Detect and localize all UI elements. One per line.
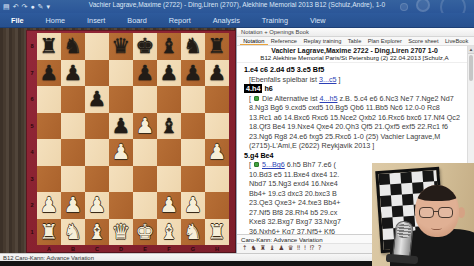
square-a6[interactable] (37, 86, 61, 113)
black-pawn[interactable]: ♟ (85, 86, 109, 113)
square-e4[interactable] (133, 139, 157, 166)
white-queen[interactable]: ♛ (109, 219, 133, 246)
glasses-bridge (433, 211, 439, 212)
menu-training[interactable]: Training (251, 13, 299, 28)
file-label: C (85, 245, 109, 253)
square-g7[interactable]: ♟ (181, 60, 205, 87)
square-e6[interactable] (133, 86, 157, 113)
square-h5[interactable] (205, 113, 229, 140)
white-bishop[interactable]: ♝ (157, 219, 181, 246)
rank-label: 1 (28, 219, 36, 246)
white-king[interactable]: ♚ (133, 219, 157, 246)
black-knight[interactable]: ♞ (181, 33, 205, 60)
annotation-icon[interactable]: ♟ (279, 244, 285, 253)
file-label: H (205, 245, 229, 253)
rank-label: 3 (28, 166, 36, 193)
tab-table[interactable]: Table (345, 37, 365, 45)
black-pawn[interactable]: ♟ (109, 113, 133, 140)
variation-text: 23.Qe3 Qxe3+ 24.fxe3 Bb4+ (249, 198, 341, 207)
board-frame: 87654321 ♜♞♛♚♝♞♜♟♟♟♟♟♟♟♟♟♝♟♟♟♟♟♟♟♜♞♝♛♚♝♞… (26, 30, 236, 253)
file-labels: ABCDEFGH (37, 245, 229, 253)
rank-label: 2 (28, 192, 36, 219)
square-g4[interactable] (181, 139, 205, 166)
chessbase-window: ▤↶↷●✎▾ Vachier Lagrave,Maxime (2722) - D… (0, 0, 474, 266)
menu-board[interactable]: Board (116, 13, 157, 28)
game-header: Vachier Lagrave,Maxime 2722 - Ding,Liren… (237, 46, 474, 63)
rank-label: 5 (28, 113, 36, 140)
square-e3[interactable] (133, 166, 157, 193)
menu-file[interactable]: File (0, 13, 35, 28)
square-g6[interactable] (181, 86, 205, 113)
square-h3[interactable] (205, 166, 229, 193)
webcam-overlay (372, 163, 474, 266)
tab-livebook[interactable]: LiveBook (442, 37, 472, 45)
comment-icon[interactable] (254, 96, 259, 101)
rank-label: 6 (28, 86, 36, 113)
black-king[interactable]: ♚ (133, 33, 157, 60)
annotation-icon[interactable]: ♜ (260, 244, 266, 253)
tab-score-sheet[interactable]: Score sheet (405, 37, 442, 45)
game-header-players: Vachier Lagrave,Maxime 2722 - Ding,Liren… (243, 47, 466, 54)
square-f4[interactable] (157, 139, 181, 166)
annotation-icon[interactable]: ⁉ (310, 244, 315, 253)
square-c4[interactable] (85, 139, 109, 166)
square-a4[interactable] (37, 139, 61, 166)
white-pawn[interactable]: ♟ (61, 192, 85, 219)
variation-text: Die Alternative ist (260, 94, 320, 103)
white-pawn[interactable]: ♟ (133, 113, 157, 140)
square-d2[interactable] (109, 192, 133, 219)
black-rook[interactable]: ♜ (205, 33, 229, 60)
square-h6[interactable] (205, 86, 229, 113)
white-knight[interactable]: ♞ (61, 219, 85, 246)
square-a3[interactable] (37, 166, 61, 193)
annotation-icon[interactable]: ? (318, 244, 321, 253)
main-move[interactable]: 1.e4 c6 2.d4 d5 3.e5 Bf5 (244, 65, 324, 74)
variation-text: [ (249, 160, 253, 169)
move-line[interactable]: [ Die Alternative ist 4...h5 z.B. 5.c4 e… (244, 94, 464, 151)
title-bar: ▤↶↷●✎▾ Vachier Lagrave,Maxime (2722) - D… (0, 0, 474, 13)
square-d7[interactable] (109, 60, 133, 87)
square-f5[interactable]: ♝ (157, 113, 181, 140)
variation-text: 27.Nf5 Bf8 28.Rh4 b5 29.cx (249, 208, 337, 217)
square-d6[interactable] (109, 86, 133, 113)
tab-notation[interactable]: Notation (240, 37, 268, 45)
move-link[interactable]: 4...h5 (320, 94, 338, 103)
presenter-face (415, 185, 459, 237)
menu-view[interactable]: View (299, 13, 337, 28)
square-d5[interactable]: ♟ (109, 113, 133, 140)
annotation-icon[interactable]: ! (304, 244, 307, 253)
tab-reference[interactable]: Reference (268, 37, 301, 45)
square-c7[interactable] (85, 60, 109, 87)
square-b7[interactable]: ♟ (61, 60, 85, 87)
square-b2[interactable]: ♟ (61, 192, 85, 219)
square-h4[interactable]: ♟ (205, 139, 229, 166)
annotation-icon[interactable]: ♛ (288, 244, 294, 253)
black-pawn[interactable]: ♟ (181, 60, 205, 87)
variation-text: 10.Bd3 e5 11.Bxe4 dxe4 12. (249, 170, 339, 179)
scrollbar-thumb[interactable] (469, 55, 473, 81)
variation-text: 6.h5 Bh7 7.e6 ( (285, 160, 336, 169)
square-b4[interactable] (61, 139, 85, 166)
black-bishop[interactable]: ♝ (157, 33, 181, 60)
white-rook[interactable]: ♜ (37, 219, 61, 246)
file-label: F (157, 245, 181, 253)
square-b1[interactable]: ♞ (61, 219, 85, 246)
white-pawn[interactable]: ♟ (181, 192, 205, 219)
square-f3[interactable] (157, 166, 181, 193)
scroll-up-icon[interactable]: ▲ (468, 46, 474, 54)
main-move[interactable]: h6 (262, 84, 272, 93)
variation-text: ] (337, 75, 341, 84)
ribbon-menu: FileHomeInsertBoardReportAnalysisTrainin… (0, 13, 474, 28)
decorative-circle (400, 3, 408, 11)
black-queen[interactable]: ♛ (109, 33, 133, 60)
variation-text: [ (249, 94, 253, 103)
square-a5[interactable] (37, 113, 61, 140)
menu-insert[interactable]: Insert (76, 13, 116, 28)
comment-icon[interactable] (254, 162, 259, 167)
square-f2[interactable]: ♟ (157, 192, 181, 219)
black-pawn[interactable]: ♟ (157, 60, 181, 87)
square-a7[interactable]: ♟ (37, 60, 61, 87)
square-g2[interactable]: ♟ (181, 192, 205, 219)
variation-text: Bb4+ 19.c3 dxc3 20.bxc3 B (249, 189, 337, 198)
annotation-icon[interactable]: ♝ (269, 244, 275, 253)
square-h7[interactable]: ♟ (205, 60, 229, 87)
white-pawn[interactable]: ♟ (157, 192, 181, 219)
square-b8[interactable]: ♞ (61, 33, 85, 60)
main-move[interactable]: 5.g4 Be4 (244, 151, 274, 160)
black-pawn[interactable]: ♟ (205, 60, 229, 87)
game-header-event: B12 Alekhine Memorial Paris/St Petersbur… (243, 54, 466, 61)
rank-labels: 87654321 (28, 33, 36, 245)
chess-board[interactable]: ♜♞♛♚♝♞♜♟♟♟♟♟♟♟♟♟♝♟♟♟♟♟♟♟♜♞♝♛♚♝♞♜ (37, 33, 229, 245)
variation-text: Kxe8 32.Bxg7 Bxg7 33.Nxg7 (249, 217, 341, 226)
square-d3[interactable] (109, 166, 133, 193)
move-link[interactable]: 3...c5 (319, 75, 337, 84)
square-d8[interactable]: ♛ (109, 33, 133, 60)
annotation-icon[interactable]: ‼ (297, 244, 300, 253)
black-knight[interactable]: ♞ (61, 33, 85, 60)
variation-text: [Ebenfalls spielbar ist (249, 75, 319, 84)
annotation-icon[interactable]: ↑ (242, 244, 247, 253)
move-line[interactable]: 5.g4 Be4 (244, 151, 464, 161)
decorative-circle (416, 0, 430, 12)
file-label: B (61, 245, 85, 253)
white-knight[interactable]: ♞ (181, 219, 205, 246)
black-rook[interactable]: ♜ (37, 33, 61, 60)
rank-label: 8 (28, 33, 36, 60)
glasses-icon (419, 207, 434, 218)
square-c1[interactable]: ♝ (85, 219, 109, 246)
white-pawn[interactable]: ♟ (37, 192, 61, 219)
tab-plan-explorer[interactable]: Plan Explorer (365, 37, 406, 45)
white-rook[interactable]: ♜ (205, 219, 229, 246)
square-f1[interactable]: ♝ (157, 219, 181, 246)
square-c5[interactable] (85, 113, 109, 140)
square-g5[interactable] (181, 113, 205, 140)
white-pawn[interactable]: ♟ (205, 139, 229, 166)
square-e1[interactable]: ♚ (133, 219, 157, 246)
current-move[interactable]: 4.h4 (244, 84, 262, 93)
file-label: G (181, 245, 205, 253)
rank-label: 7 (28, 60, 36, 87)
move-line[interactable]: 1.e4 c6 2.d4 d5 3.e5 Bf5 (244, 65, 464, 75)
presenter-ear (458, 207, 465, 218)
square-c8[interactable] (85, 33, 109, 60)
black-pawn[interactable]: ♟ (37, 60, 61, 87)
square-a2[interactable]: ♟ (37, 192, 61, 219)
square-e5[interactable]: ♟ (133, 113, 157, 140)
variation-text: 36.Nxh6+ Kg7 37.Nf5+ Kf6 (249, 227, 335, 235)
square-h1[interactable]: ♜ (205, 219, 229, 246)
black-pawn[interactable]: ♟ (61, 60, 85, 87)
annotation-icon[interactable]: ♞ (251, 244, 257, 253)
move-link[interactable]: 5...Bg6 (262, 160, 285, 169)
menu-report[interactable]: Report (158, 13, 202, 28)
black-pawn[interactable]: ♟ (133, 60, 157, 87)
square-e8[interactable]: ♚ (133, 33, 157, 60)
rank-label: 4 (28, 139, 36, 166)
square-c2[interactable]: ♟ (85, 192, 109, 219)
square-f8[interactable]: ♝ (157, 33, 181, 60)
square-a1[interactable]: ♜ (37, 219, 61, 246)
menu-home[interactable]: Home (35, 13, 76, 28)
white-bishop[interactable]: ♝ (85, 219, 109, 246)
square-c6[interactable]: ♟ (85, 86, 109, 113)
square-h8[interactable]: ♜ (205, 33, 229, 60)
notation-panel-title: Notation + Openings Book (237, 28, 474, 37)
square-c3[interactable] (85, 166, 109, 193)
black-bishop[interactable]: ♝ (157, 113, 181, 140)
presenter-smile (431, 226, 442, 230)
square-b6[interactable] (61, 86, 85, 113)
file-label: A (37, 245, 61, 253)
square-g1[interactable]: ♞ (181, 219, 205, 246)
white-pawn[interactable]: ♟ (85, 192, 109, 219)
square-g3[interactable] (181, 166, 205, 193)
notation-tabs: NotationReferenceReplay trainingTablePla… (237, 37, 474, 46)
square-f6[interactable] (157, 86, 181, 113)
decorative-circle (440, 0, 466, 13)
file-label: D (109, 245, 133, 253)
variation-text: Nbd7 15.Ng3 exd4 16.Nxe4 (249, 179, 338, 188)
glasses-icon (438, 207, 453, 218)
square-d1[interactable]: ♛ (109, 219, 133, 246)
square-b3[interactable] (61, 166, 85, 193)
square-h2[interactable] (205, 192, 229, 219)
menu-analysis[interactable]: Analysis (202, 13, 251, 28)
move-line[interactable]: [Ebenfalls spielbar ist 3...c5 ] (244, 75, 464, 85)
square-b5[interactable] (61, 113, 85, 140)
square-e7[interactable]: ♟ (133, 60, 157, 87)
square-a8[interactable]: ♜ (37, 33, 61, 60)
square-e2[interactable] (133, 192, 157, 219)
square-d4[interactable]: ♟ (109, 139, 133, 166)
move-line[interactable]: 4.h4 h6 (244, 84, 464, 94)
square-g8[interactable]: ♞ (181, 33, 205, 60)
white-pawn[interactable]: ♟ (109, 139, 133, 166)
square-f7[interactable]: ♟ (157, 60, 181, 87)
tab-replay-training[interactable]: Replay training (300, 37, 344, 45)
board-panel: 87654321 ♜♞♛♚♝♞♜♟♟♟♟♟♟♟♟♟♝♟♟♟♟♟♟♟♜♞♝♛♚♝♞… (0, 28, 236, 253)
file-label: E (133, 245, 157, 253)
